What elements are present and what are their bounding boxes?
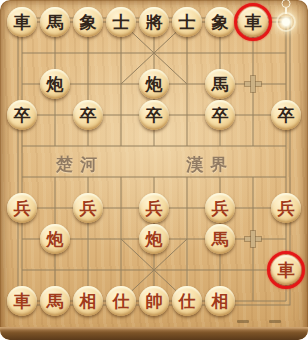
piece-black-soldier[interactable]: 卒 <box>139 100 169 130</box>
piece-black-general[interactable]: 將 <box>139 7 169 37</box>
piece-red-soldier[interactable]: 兵 <box>139 193 169 223</box>
river-label-left: 楚河 <box>56 152 104 176</box>
piece-red-chariot[interactable]: 車 <box>7 286 37 316</box>
piece-red-soldier[interactable]: 兵 <box>271 193 301 223</box>
piece-black-soldier[interactable]: 卒 <box>73 100 103 130</box>
piece-black-soldier[interactable]: 卒 <box>271 100 301 130</box>
piece-black-advisor[interactable]: 士 <box>172 7 202 37</box>
highlight-circle <box>267 251 305 289</box>
piece-black-elephant[interactable]: 象 <box>73 7 103 37</box>
frame-dash <box>269 320 281 323</box>
piece-black-chariot[interactable]: 車 <box>7 7 37 37</box>
piece-black-horse[interactable]: 馬 <box>205 69 235 99</box>
piece-red-elephant[interactable]: 相 <box>205 286 235 316</box>
river-label-right: 漢界 <box>186 152 234 176</box>
piece-red-general[interactable]: 帥 <box>139 286 169 316</box>
piece-red-advisor[interactable]: 仕 <box>172 286 202 316</box>
piece-red-soldier[interactable]: 兵 <box>7 193 37 223</box>
highlight-circle <box>234 3 272 41</box>
point-marker-icon <box>245 231 261 247</box>
piece-red-elephant[interactable]: 相 <box>73 286 103 316</box>
point-marker-icon <box>245 76 261 92</box>
piece-red-cannon[interactable]: 炮 <box>40 224 70 254</box>
piece-black-cannon[interactable]: 炮 <box>139 69 169 99</box>
xiangqi-board[interactable]: 楚河 漢界 車馬象士將士象車炮炮馬卒卒卒卒卒兵兵兵兵兵炮炮馬車車馬相仕帥仕相 <box>0 0 308 340</box>
piece-red-soldier[interactable]: 兵 <box>205 193 235 223</box>
piece-black-soldier[interactable]: 卒 <box>205 100 235 130</box>
piece-black-horse[interactable]: 馬 <box>40 7 70 37</box>
piece-red-cannon[interactable]: 炮 <box>139 224 169 254</box>
piece-red-advisor[interactable]: 仕 <box>106 286 136 316</box>
piece-black-cannon[interactable]: 炮 <box>40 69 70 99</box>
piece-black-elephant[interactable]: 象 <box>205 7 235 37</box>
piece-red-soldier[interactable]: 兵 <box>73 193 103 223</box>
board-bottom-edge <box>0 327 308 340</box>
piece-black-soldier[interactable]: 卒 <box>7 100 37 130</box>
frame-dash <box>237 320 249 323</box>
piece-red-horse[interactable]: 馬 <box>205 224 235 254</box>
move-origin-marker <box>278 14 294 30</box>
piece-black-advisor[interactable]: 士 <box>106 7 136 37</box>
piece-red-horse[interactable]: 馬 <box>40 286 70 316</box>
